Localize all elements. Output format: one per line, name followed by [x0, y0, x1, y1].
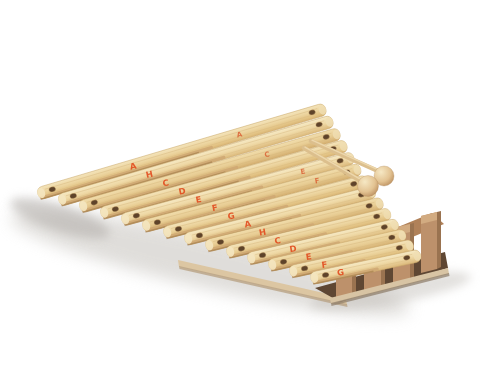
bar-note-label: G: [336, 267, 344, 278]
mallet-head: [358, 176, 379, 197]
photo-canvas: AAHCCDEEFFGAHCDEFG: [0, 0, 500, 375]
xylophone-photo: AAHCCDEEFFGAHCDEFG: [0, 0, 500, 375]
base-comb-post: [421, 211, 441, 273]
